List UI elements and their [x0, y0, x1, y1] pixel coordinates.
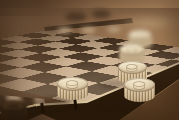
- light-man-glyph: ⛀: [118, 61, 147, 74]
- light-man-glyph: ⛀: [124, 78, 155, 92]
- piece-top-face: ⛂: [0, 100, 27, 112]
- piece-top-face: ⛀: [128, 30, 152, 41]
- dark-man-glyph: ⛂: [0, 100, 27, 112]
- piece-top-face: ⛀: [57, 77, 88, 91]
- checker-piece-light: ⛀: [57, 77, 88, 100]
- checkers-photo-scene: ⛀⛀⛀⛀⛀⛂: [0, 0, 179, 120]
- checker-piece-light: ⛀: [124, 78, 155, 102]
- piece-top-face: ⛀: [124, 78, 155, 92]
- piece-top-face: ⛀: [119, 44, 145, 56]
- light-man-glyph: ⛀: [128, 30, 152, 41]
- light-man-glyph: ⛀: [57, 77, 88, 91]
- piece-top-face: ⛀: [118, 61, 147, 74]
- light-man-glyph: ⛀: [119, 44, 145, 56]
- checker-piece-dark: ⛂: [0, 100, 27, 120]
